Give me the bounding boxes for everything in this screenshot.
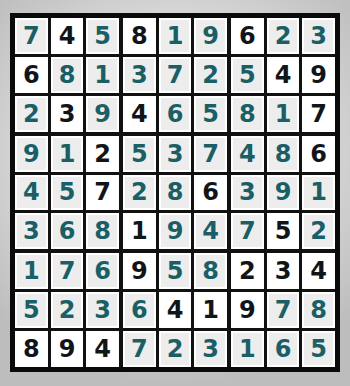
- cell-r4c9[interactable]: 6: [302, 136, 335, 172]
- cell-r9c1[interactable]: 8: [15, 331, 48, 367]
- cell-r5c2[interactable]: 5: [51, 175, 84, 211]
- cell-r4c6[interactable]: 7: [194, 136, 227, 172]
- cell-r8c4[interactable]: 6: [123, 292, 156, 328]
- cell-r3c1[interactable]: 2: [15, 96, 48, 132]
- page-background: 7456812398193724656235498179124573685372…: [0, 0, 350, 386]
- cell-r8c3[interactable]: 3: [86, 292, 119, 328]
- cell-r5c6[interactable]: 6: [194, 175, 227, 211]
- cell-r5c1[interactable]: 4: [15, 175, 48, 211]
- cell-r5c3[interactable]: 7: [86, 175, 119, 211]
- cell-r7c8[interactable]: 3: [267, 253, 300, 289]
- cell-r9c8[interactable]: 6: [267, 331, 300, 367]
- cell-r1c8[interactable]: 2: [267, 18, 300, 54]
- cell-r2c8[interactable]: 4: [267, 57, 300, 93]
- cell-r7c3[interactable]: 6: [86, 253, 119, 289]
- cell-r1c9[interactable]: 3: [302, 18, 335, 54]
- cell-r9c3[interactable]: 4: [86, 331, 119, 367]
- cell-r8c1[interactable]: 5: [15, 292, 48, 328]
- cell-r2c3[interactable]: 1: [86, 57, 119, 93]
- cell-r5c8[interactable]: 9: [267, 175, 300, 211]
- cell-r4c3[interactable]: 2: [86, 136, 119, 172]
- cell-r6c2[interactable]: 6: [51, 213, 84, 249]
- cell-r6c4[interactable]: 1: [123, 213, 156, 249]
- cell-r6c1[interactable]: 3: [15, 213, 48, 249]
- cell-r1c7[interactable]: 6: [231, 18, 264, 54]
- cell-r6c5[interactable]: 9: [159, 213, 192, 249]
- box-r3c2: 958641723: [123, 253, 227, 367]
- cell-r1c4[interactable]: 8: [123, 18, 156, 54]
- cell-r9c4[interactable]: 7: [123, 331, 156, 367]
- cell-r8c2[interactable]: 2: [51, 292, 84, 328]
- cell-r2c6[interactable]: 2: [194, 57, 227, 93]
- box-r1c3: 623549817: [231, 18, 335, 132]
- cell-r2c5[interactable]: 7: [159, 57, 192, 93]
- cell-r2c2[interactable]: 8: [51, 57, 84, 93]
- cell-r8c6[interactable]: 1: [194, 292, 227, 328]
- cell-r8c8[interactable]: 7: [267, 292, 300, 328]
- cell-r7c1[interactable]: 1: [15, 253, 48, 289]
- cell-r4c7[interactable]: 4: [231, 136, 264, 172]
- cell-r6c3[interactable]: 8: [86, 213, 119, 249]
- cell-r4c8[interactable]: 8: [267, 136, 300, 172]
- cell-r9c5[interactable]: 2: [159, 331, 192, 367]
- cell-r7c4[interactable]: 9: [123, 253, 156, 289]
- box-r1c2: 819372465: [123, 18, 227, 132]
- cell-r2c1[interactable]: 6: [15, 57, 48, 93]
- cell-r8c7[interactable]: 9: [231, 292, 264, 328]
- cell-r1c5[interactable]: 1: [159, 18, 192, 54]
- cell-r5c5[interactable]: 8: [159, 175, 192, 211]
- cell-r6c8[interactable]: 5: [267, 213, 300, 249]
- box-r1c1: 745681239: [15, 18, 119, 132]
- cell-r3c6[interactable]: 5: [194, 96, 227, 132]
- cell-r2c4[interactable]: 3: [123, 57, 156, 93]
- cell-r3c5[interactable]: 6: [159, 96, 192, 132]
- cell-r6c9[interactable]: 2: [302, 213, 335, 249]
- cell-r7c5[interactable]: 5: [159, 253, 192, 289]
- cell-r9c6[interactable]: 3: [194, 331, 227, 367]
- cell-r5c9[interactable]: 1: [302, 175, 335, 211]
- cell-r4c1[interactable]: 9: [15, 136, 48, 172]
- cell-r5c7[interactable]: 3: [231, 175, 264, 211]
- cell-r1c2[interactable]: 4: [51, 18, 84, 54]
- cell-r8c9[interactable]: 8: [302, 292, 335, 328]
- cell-r7c7[interactable]: 2: [231, 253, 264, 289]
- cell-r7c9[interactable]: 4: [302, 253, 335, 289]
- cell-r2c9[interactable]: 9: [302, 57, 335, 93]
- cell-r6c7[interactable]: 7: [231, 213, 264, 249]
- cell-r3c4[interactable]: 4: [123, 96, 156, 132]
- box-r3c3: 234978165: [231, 253, 335, 367]
- box-r2c3: 486391752: [231, 136, 335, 250]
- cell-r8c5[interactable]: 4: [159, 292, 192, 328]
- box-r2c1: 912457368: [15, 136, 119, 250]
- cell-r9c9[interactable]: 5: [302, 331, 335, 367]
- cell-r1c6[interactable]: 9: [194, 18, 227, 54]
- cell-r7c6[interactable]: 8: [194, 253, 227, 289]
- cell-r9c2[interactable]: 9: [51, 331, 84, 367]
- cell-r4c5[interactable]: 3: [159, 136, 192, 172]
- cell-r4c4[interactable]: 5: [123, 136, 156, 172]
- cell-r2c7[interactable]: 5: [231, 57, 264, 93]
- sudoku-board: 7456812398193724656235498179124573685372…: [10, 13, 340, 372]
- box-r3c1: 176523894: [15, 253, 119, 367]
- cell-r1c1[interactable]: 7: [15, 18, 48, 54]
- cell-r3c7[interactable]: 8: [231, 96, 264, 132]
- cell-r7c2[interactable]: 7: [51, 253, 84, 289]
- cell-r3c8[interactable]: 1: [267, 96, 300, 132]
- cell-r1c3[interactable]: 5: [86, 18, 119, 54]
- cell-r9c7[interactable]: 1: [231, 331, 264, 367]
- cell-r5c4[interactable]: 2: [123, 175, 156, 211]
- cell-r3c9[interactable]: 7: [302, 96, 335, 132]
- cell-r6c6[interactable]: 4: [194, 213, 227, 249]
- box-r2c2: 537286194: [123, 136, 227, 250]
- cell-r3c2[interactable]: 3: [51, 96, 84, 132]
- cell-r4c2[interactable]: 1: [51, 136, 84, 172]
- cell-r3c3[interactable]: 9: [86, 96, 119, 132]
